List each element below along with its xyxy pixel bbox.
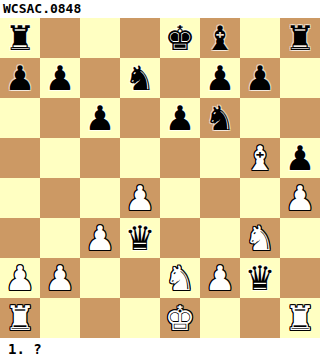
black-pawn: ♟ [285, 138, 315, 178]
square-b2[interactable]: ♟ [40, 258, 80, 298]
black-pawn: ♟ [205, 58, 235, 98]
square-h6[interactable] [280, 98, 320, 138]
square-g5[interactable]: ♝ [240, 138, 280, 178]
square-a1[interactable]: ♜ [0, 298, 40, 338]
black-rook: ♜ [285, 18, 315, 58]
square-d2[interactable] [120, 258, 160, 298]
square-c3[interactable]: ♟ [80, 218, 120, 258]
square-b7[interactable]: ♟ [40, 58, 80, 98]
square-g6[interactable] [240, 98, 280, 138]
black-knight: ♞ [125, 58, 155, 98]
square-e5[interactable] [160, 138, 200, 178]
white-king: ♚ [165, 298, 195, 338]
move-prompt: 1. ? [8, 338, 42, 360]
square-f4[interactable] [200, 178, 240, 218]
square-f8[interactable]: ♝ [200, 18, 240, 58]
square-b4[interactable] [40, 178, 80, 218]
black-queen: ♛ [125, 218, 155, 258]
square-c4[interactable] [80, 178, 120, 218]
square-h3[interactable] [280, 218, 320, 258]
square-f2[interactable]: ♟ [200, 258, 240, 298]
square-a2[interactable]: ♟ [0, 258, 40, 298]
black-pawn: ♟ [5, 58, 35, 98]
square-c7[interactable] [80, 58, 120, 98]
square-d1[interactable] [120, 298, 160, 338]
square-a8[interactable]: ♜ [0, 18, 40, 58]
square-h8[interactable]: ♜ [280, 18, 320, 58]
square-h2[interactable] [280, 258, 320, 298]
square-h4[interactable]: ♟ [280, 178, 320, 218]
white-knight: ♞ [245, 218, 275, 258]
black-knight: ♞ [205, 98, 235, 138]
square-g4[interactable] [240, 178, 280, 218]
square-a5[interactable] [0, 138, 40, 178]
white-pawn: ♟ [285, 178, 315, 218]
square-h5[interactable]: ♟ [280, 138, 320, 178]
black-pawn: ♟ [85, 98, 115, 138]
black-pawn: ♟ [165, 98, 195, 138]
puzzle-title: WCSAC.0848 [3, 0, 81, 18]
square-d6[interactable] [120, 98, 160, 138]
square-c2[interactable] [80, 258, 120, 298]
white-pawn: ♟ [125, 178, 155, 218]
black-rook: ♜ [5, 18, 35, 58]
white-bishop: ♝ [245, 138, 275, 178]
chess-board: ♜♚♝♜♟♟♞♟♟♟♟♞♝♟♟♟♟♛♞♟♟♞♟♛♜♚♜ [0, 18, 320, 338]
title-bar: WCSAC.0848 [0, 0, 320, 18]
square-a7[interactable]: ♟ [0, 58, 40, 98]
square-h7[interactable] [280, 58, 320, 98]
square-e3[interactable] [160, 218, 200, 258]
square-g8[interactable] [240, 18, 280, 58]
square-f1[interactable] [200, 298, 240, 338]
square-h1[interactable]: ♜ [280, 298, 320, 338]
black-pawn: ♟ [45, 58, 75, 98]
black-king: ♚ [165, 18, 195, 58]
square-d3[interactable]: ♛ [120, 218, 160, 258]
square-e1[interactable]: ♚ [160, 298, 200, 338]
square-e2[interactable]: ♞ [160, 258, 200, 298]
move-prompt-bar: 1. ? [0, 338, 320, 360]
square-b6[interactable] [40, 98, 80, 138]
square-d4[interactable]: ♟ [120, 178, 160, 218]
square-f7[interactable]: ♟ [200, 58, 240, 98]
square-c6[interactable]: ♟ [80, 98, 120, 138]
square-g7[interactable]: ♟ [240, 58, 280, 98]
square-d7[interactable]: ♞ [120, 58, 160, 98]
square-e8[interactable]: ♚ [160, 18, 200, 58]
square-g3[interactable]: ♞ [240, 218, 280, 258]
white-knight: ♞ [165, 258, 195, 298]
white-rook: ♜ [285, 298, 315, 338]
white-pawn: ♟ [5, 258, 35, 298]
white-rook: ♜ [5, 298, 35, 338]
square-b3[interactable] [40, 218, 80, 258]
white-pawn: ♟ [85, 218, 115, 258]
black-bishop: ♝ [205, 18, 235, 58]
square-e6[interactable]: ♟ [160, 98, 200, 138]
square-d8[interactable] [120, 18, 160, 58]
square-c5[interactable] [80, 138, 120, 178]
square-c8[interactable] [80, 18, 120, 58]
square-g2[interactable]: ♛ [240, 258, 280, 298]
white-pawn: ♟ [45, 258, 75, 298]
black-pawn: ♟ [245, 58, 275, 98]
chess-app-window: WCSAC.0848 ♜♚♝♜♟♟♞♟♟♟♟♞♝♟♟♟♟♛♞♟♟♞♟♛♜♚♜ 1… [0, 0, 320, 360]
square-e4[interactable] [160, 178, 200, 218]
black-queen: ♛ [245, 258, 275, 298]
square-c1[interactable] [80, 298, 120, 338]
square-b1[interactable] [40, 298, 80, 338]
white-pawn: ♟ [205, 258, 235, 298]
square-a3[interactable] [0, 218, 40, 258]
square-f5[interactable] [200, 138, 240, 178]
square-b5[interactable] [40, 138, 80, 178]
square-g1[interactable] [240, 298, 280, 338]
square-b8[interactable] [40, 18, 80, 58]
square-f6[interactable]: ♞ [200, 98, 240, 138]
square-d5[interactable] [120, 138, 160, 178]
square-f3[interactable] [200, 218, 240, 258]
square-a4[interactable] [0, 178, 40, 218]
square-a6[interactable] [0, 98, 40, 138]
square-e7[interactable] [160, 58, 200, 98]
